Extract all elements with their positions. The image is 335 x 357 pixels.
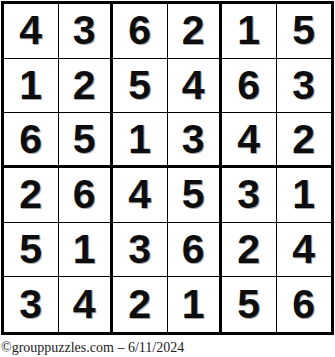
cell-r5c5: 2 (222, 223, 277, 278)
cell-r2c2: 2 (59, 59, 114, 114)
cell-r6c4: 1 (168, 277, 223, 332)
cell-r4c5: 3 (222, 168, 277, 223)
sudoku-board: 436215125463651342264531513624342156 (1, 1, 334, 335)
cell-r2c5: 6 (222, 59, 277, 114)
cell-r1c5: 1 (222, 4, 277, 59)
cell-r1c3: 6 (113, 4, 168, 59)
cell-r2c4: 4 (168, 59, 223, 114)
cell-r5c3: 3 (113, 223, 168, 278)
cell-r1c6: 5 (277, 4, 332, 59)
cell-r1c4: 2 (168, 4, 223, 59)
cell-r6c3: 2 (113, 277, 168, 332)
cell-r3c5: 4 (222, 113, 277, 168)
cell-r6c6: 6 (277, 277, 332, 332)
cell-r3c3: 1 (113, 113, 168, 168)
cell-r4c6: 1 (277, 168, 332, 223)
cell-r5c6: 4 (277, 223, 332, 278)
cell-r5c2: 1 (59, 223, 114, 278)
cell-r2c6: 3 (277, 59, 332, 114)
cell-r5c4: 6 (168, 223, 223, 278)
cell-r4c3: 4 (113, 168, 168, 223)
cell-r4c4: 5 (168, 168, 223, 223)
copyright-footer: ©grouppuzzles.com – 6/11/2024 (1, 339, 331, 356)
cell-r1c2: 3 (59, 4, 114, 59)
cell-r3c1: 6 (4, 113, 59, 168)
cell-r4c2: 6 (59, 168, 114, 223)
cell-r2c3: 5 (113, 59, 168, 114)
cell-r3c6: 2 (277, 113, 332, 168)
cell-r6c5: 5 (222, 277, 277, 332)
cell-r1c1: 4 (4, 4, 59, 59)
cell-r6c2: 4 (59, 277, 114, 332)
cell-r6c1: 3 (4, 277, 59, 332)
cell-r3c2: 5 (59, 113, 114, 168)
cell-r5c1: 5 (4, 223, 59, 278)
cell-r4c1: 2 (4, 168, 59, 223)
cell-r2c1: 1 (4, 59, 59, 114)
cell-r3c4: 3 (168, 113, 223, 168)
